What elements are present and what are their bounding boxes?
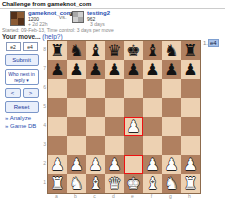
square-h2[interactable]: ♟ — [181, 155, 200, 174]
piece-black-knight: ♞ — [69, 41, 83, 60]
piece-white-knight: ♞ — [69, 174, 83, 193]
square-f8[interactable]: ♝ — [143, 41, 162, 60]
square-c8[interactable]: ♝ — [86, 41, 105, 60]
piece-white-pawn: ♟ — [126, 117, 140, 136]
square-h6[interactable] — [181, 79, 200, 98]
square-b3[interactable] — [67, 136, 86, 155]
square-g6[interactable] — [162, 79, 181, 98]
square-a2[interactable]: ♟ — [48, 155, 67, 174]
square-g4[interactable] — [162, 117, 181, 136]
square-a7[interactable]: ♟ — [48, 60, 67, 79]
prev-move-button[interactable]: < — [5, 88, 21, 98]
square-a1[interactable]: ♜ — [48, 174, 67, 193]
piece-white-queen: ♛ — [107, 174, 121, 193]
move-from-input[interactable] — [6, 42, 21, 51]
square-h4[interactable] — [181, 117, 200, 136]
move-prompt-text: Your move... — [2, 33, 41, 40]
rank-label-4: 4 — [40, 116, 46, 135]
piece-black-pawn: ♟ — [107, 60, 121, 79]
piece-white-bishop: ♝ — [145, 174, 159, 193]
rank-label-5: 5 — [40, 97, 46, 116]
white-player-avatar[interactable] — [10, 11, 25, 26]
rank-label-3: 3 — [40, 135, 46, 154]
piece-black-pawn: ♟ — [145, 60, 159, 79]
square-g1[interactable]: ♞ — [162, 174, 181, 193]
move-prompt: Your move... (help?) — [2, 33, 63, 40]
square-b5[interactable] — [67, 98, 86, 117]
square-f6[interactable] — [143, 79, 162, 98]
move-list: 1.e4 — [203, 40, 219, 46]
square-a4[interactable] — [48, 117, 67, 136]
reply-options-dropdown[interactable]: Who next in reply ▾ — [5, 69, 39, 85]
piece-black-bishop: ♝ — [88, 41, 102, 60]
piece-black-pawn: ♟ — [50, 60, 64, 79]
square-d5[interactable] — [105, 98, 124, 117]
page-title: Challenge from gameknot_com — [2, 1, 91, 7]
square-b4[interactable] — [67, 117, 86, 136]
piece-black-rook: ♜ — [50, 41, 64, 60]
square-g7[interactable]: ♟ — [162, 60, 181, 79]
square-h3[interactable] — [181, 136, 200, 155]
piece-black-queen: ♛ — [107, 41, 121, 60]
piece-white-pawn: ♟ — [69, 155, 83, 174]
square-e1[interactable]: ♚ — [124, 174, 143, 193]
square-f4[interactable] — [143, 117, 162, 136]
square-d2[interactable]: ♟ — [105, 155, 124, 174]
square-d3[interactable] — [105, 136, 124, 155]
square-e7[interactable]: ♟ — [124, 60, 143, 79]
piece-black-pawn: ♟ — [164, 60, 178, 79]
square-a6[interactable] — [48, 79, 67, 98]
piece-black-pawn: ♟ — [69, 60, 83, 79]
game-db-link[interactable]: » Game DB — [5, 123, 40, 129]
square-g3[interactable] — [162, 136, 181, 155]
square-d6[interactable] — [105, 79, 124, 98]
square-c5[interactable] — [86, 98, 105, 117]
rank-label-7: 7 — [40, 59, 46, 78]
square-e5[interactable] — [124, 98, 143, 117]
help-link[interactable]: (help?) — [42, 33, 62, 40]
file-label-f: f — [142, 193, 161, 199]
piece-black-pawn: ♟ — [88, 60, 102, 79]
file-label-d: d — [104, 193, 123, 199]
square-h5[interactable] — [181, 98, 200, 117]
piece-white-pawn: ♟ — [164, 155, 178, 174]
square-a8[interactable]: ♜ — [48, 41, 67, 60]
square-e4[interactable]: ♟ — [124, 117, 143, 136]
move-list-current-move[interactable]: e4 — [208, 39, 219, 47]
square-e8[interactable]: ♚ — [124, 41, 143, 60]
square-f5[interactable] — [143, 98, 162, 117]
chess-board: ♜♞♝♛♚♝♞♜♟♟♟♟♟♟♟♟♟♟♟♟♟♟♟♟♜♞♝♛♚♝♞♜ — [47, 40, 201, 194]
square-c4[interactable] — [86, 117, 105, 136]
square-c2[interactable]: ♟ — [86, 155, 105, 174]
square-f3[interactable] — [143, 136, 162, 155]
square-h8[interactable]: ♜ — [181, 41, 200, 60]
piece-white-pawn: ♟ — [107, 155, 121, 174]
square-d1[interactable]: ♛ — [105, 174, 124, 193]
piece-white-rook: ♜ — [50, 174, 64, 193]
file-label-h: h — [180, 193, 199, 199]
piece-black-knight: ♞ — [164, 41, 178, 60]
square-d4[interactable] — [105, 117, 124, 136]
piece-black-pawn: ♟ — [126, 60, 140, 79]
file-label-b: b — [66, 193, 85, 199]
rank-label-1: 1 — [40, 173, 46, 192]
square-a3[interactable] — [48, 136, 67, 155]
rank-label-6: 6 — [40, 78, 46, 97]
square-e2[interactable] — [124, 155, 143, 174]
move-to-input[interactable] — [23, 42, 38, 51]
file-label-e: e — [123, 193, 142, 199]
reset-board-button[interactable]: Reset — [5, 101, 39, 113]
square-c7[interactable]: ♟ — [86, 60, 105, 79]
piece-white-king: ♚ — [126, 174, 140, 193]
file-label-a: a — [47, 193, 66, 199]
move-input-row — [3, 42, 40, 51]
square-g2[interactable]: ♟ — [162, 155, 181, 174]
square-d7[interactable]: ♟ — [105, 60, 124, 79]
square-a5[interactable] — [48, 98, 67, 117]
piece-black-king: ♚ — [126, 41, 140, 60]
vs-label: vs. — [59, 14, 67, 20]
square-e3[interactable] — [124, 136, 143, 155]
square-b7[interactable]: ♟ — [67, 60, 86, 79]
square-h7[interactable]: ♟ — [181, 60, 200, 79]
piece-black-pawn: ♟ — [183, 60, 197, 79]
rank-labels: 87654321 — [40, 40, 46, 192]
square-f2[interactable]: ♟ — [143, 155, 162, 174]
square-b2[interactable]: ♟ — [67, 155, 86, 174]
square-f1[interactable]: ♝ — [143, 174, 162, 193]
square-g8[interactable]: ♞ — [162, 41, 181, 60]
square-c3[interactable] — [86, 136, 105, 155]
square-c1[interactable]: ♝ — [86, 174, 105, 193]
square-c6[interactable] — [86, 79, 105, 98]
square-e6[interactable] — [124, 79, 143, 98]
piece-white-knight: ♞ — [164, 174, 178, 193]
piece-white-pawn: ♟ — [88, 155, 102, 174]
analyze-link[interactable]: » Analyze — [5, 115, 40, 121]
piece-black-bishop: ♝ — [145, 41, 159, 60]
piece-white-pawn: ♟ — [50, 155, 64, 174]
submit-move-button[interactable]: Submit — [5, 54, 39, 66]
next-move-button[interactable]: > — [23, 88, 39, 98]
square-b8[interactable]: ♞ — [67, 41, 86, 60]
square-h1[interactable]: ♜ — [181, 174, 200, 193]
rank-label-2: 2 — [40, 154, 46, 173]
header-divider — [0, 8, 225, 9]
move-nav-row: < > — [3, 88, 40, 98]
square-d8[interactable]: ♛ — [105, 41, 124, 60]
rank-label-8: 8 — [40, 40, 46, 59]
square-g5[interactable] — [162, 98, 181, 117]
piece-white-bishop: ♝ — [88, 174, 102, 193]
file-label-c: c — [85, 193, 104, 199]
move-controls-sidebar: Submit Who next in reply ▾ < > Reset » A… — [3, 42, 40, 129]
piece-white-rook: ♜ — [183, 174, 197, 193]
square-b1[interactable]: ♞ — [67, 174, 86, 193]
piece-white-pawn: ♟ — [183, 155, 197, 174]
file-label-g: g — [161, 193, 180, 199]
file-labels: abcdefgh — [47, 193, 199, 199]
piece-white-pawn: ♟ — [145, 155, 159, 174]
piece-black-rook: ♜ — [183, 41, 197, 60]
black-player-avatar[interactable] — [72, 11, 84, 23]
square-f7[interactable]: ♟ — [143, 60, 162, 79]
square-b6[interactable] — [67, 79, 86, 98]
